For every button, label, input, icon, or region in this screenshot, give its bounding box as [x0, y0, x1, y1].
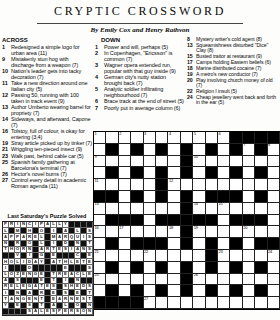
grid-cell[interactable]: [218, 262, 230, 274]
grid-cell[interactable]: [131, 274, 143, 286]
grid-cell[interactable]: [230, 226, 242, 238]
crossword-grid[interactable]: 1234567891011121314151617181920212223242…: [93, 131, 280, 310]
grid-cell[interactable]: [206, 156, 218, 168]
grid-cell[interactable]: [144, 203, 156, 215]
clue-text: German city's nutty station brought back…: [104, 75, 184, 86]
block-cell: [206, 285, 218, 297]
grid-cell[interactable]: [255, 179, 267, 191]
grid-cell[interactable]: [206, 203, 218, 215]
grid-cell[interactable]: [268, 179, 280, 191]
grid-cell[interactable]: [268, 215, 280, 227]
grid-cell[interactable]: [168, 203, 180, 215]
grid-cell[interactable]: 3: [144, 132, 156, 144]
grid-cell[interactable]: [144, 191, 156, 203]
grid-cell[interactable]: [119, 179, 131, 191]
clue-item: 25Spanish family gathering at Barcelona'…: [2, 160, 92, 171]
grid-cell[interactable]: [131, 156, 143, 168]
grid-cell[interactable]: [230, 156, 242, 168]
grid-cell[interactable]: 2: [119, 132, 131, 144]
block-cell: [106, 285, 118, 297]
grid-cell[interactable]: 25: [94, 274, 106, 286]
block-cell: [156, 238, 168, 250]
grid-cell[interactable]: [243, 285, 255, 297]
cell-number: 9: [95, 155, 97, 160]
block-cell: [255, 191, 267, 203]
grid-cell[interactable]: [131, 250, 143, 262]
grid-cell[interactable]: [106, 226, 118, 238]
clue-number: 14: [2, 117, 11, 128]
clue-text: In Copenhagen, "Ericsson" is common (7): [104, 51, 184, 62]
grid-cell[interactable]: [168, 285, 180, 297]
across-clue-list: 1Redesigned a simple logo for urban area…: [2, 45, 92, 190]
grid-cell[interactable]: 7: [243, 144, 255, 156]
grid-cell[interactable]: [131, 132, 143, 144]
clue-item: 13Author Umberto wearing barrel for prop…: [2, 105, 92, 116]
grid-cell[interactable]: [268, 274, 280, 286]
grid-cell[interactable]: [144, 274, 156, 286]
grid-cell[interactable]: [218, 297, 230, 309]
cell-number: 20: [243, 226, 247, 231]
grid-cell[interactable]: [106, 203, 118, 215]
cell-number: 15: [218, 202, 222, 207]
clue-text: Tolstoy, full of colour, is okay for ent…: [11, 129, 92, 140]
clue-text: Analytic soldier infiltrating neighbourh…: [104, 87, 184, 98]
block-cell: [255, 262, 267, 274]
grid-cell[interactable]: [168, 250, 180, 262]
grid-cell[interactable]: [144, 167, 156, 179]
clue-item: 3Wagner opera extended run, popular with…: [95, 63, 184, 74]
clue-item: 11Take a new direction around one Italia…: [2, 81, 92, 92]
grid-cell[interactable]: [193, 179, 205, 191]
cell-number: 19: [194, 226, 198, 231]
block-cell: [156, 191, 168, 203]
grid-cell[interactable]: [156, 274, 168, 286]
cell-number: 17: [119, 226, 123, 231]
block-cell: [255, 285, 267, 297]
grid-cell[interactable]: [156, 203, 168, 215]
cell-number: 4: [169, 132, 171, 137]
grid-cell[interactable]: [268, 167, 280, 179]
block-cell: [131, 215, 143, 227]
grid-cell[interactable]: [168, 191, 180, 203]
block-cell: [255, 132, 267, 144]
block-cell: [181, 285, 193, 297]
grid-cell[interactable]: [218, 226, 230, 238]
across-header: ACROSS: [2, 37, 92, 44]
grid-cell[interactable]: [156, 250, 168, 262]
grid-cell[interactable]: [218, 144, 230, 156]
clue-number: 2: [95, 51, 104, 62]
grid-cell[interactable]: [181, 132, 193, 144]
grid-cell[interactable]: [268, 156, 280, 168]
block-cell: [255, 144, 267, 156]
block-cell: [206, 238, 218, 250]
clue-number: 10: [2, 69, 11, 80]
cell-number: 22: [144, 250, 148, 255]
clue-item: 2In Copenhagen, "Ericsson" is common (7): [95, 51, 184, 62]
grid-cell[interactable]: [168, 297, 180, 309]
block-cell: [181, 262, 193, 274]
block-cell: [106, 191, 118, 203]
grid-cell[interactable]: [119, 238, 131, 250]
down-clue-list-1: 1Power and will, perhaps (5)2In Copenhag…: [95, 45, 184, 111]
block-cell: [206, 262, 218, 274]
clue-number: 11: [2, 81, 11, 92]
clue-item: 20Play involving church money of old (7): [187, 78, 279, 89]
grid-cell[interactable]: [243, 274, 255, 286]
clue-item: 7Poorly put in average column (6): [95, 106, 184, 112]
block-cell: [131, 285, 143, 297]
clue-text: Passing 50, running with 100 taken in tr…: [11, 93, 92, 104]
clue-number: 16: [2, 129, 11, 140]
clue-number: 1: [2, 45, 11, 56]
block-cell: [94, 297, 106, 309]
down-clues-column-2: 8Mystery writer's cold agent (8)13Squeam…: [187, 37, 279, 106]
grid-cell[interactable]: [144, 226, 156, 238]
cell-number: 10: [194, 155, 198, 160]
clue-text: Play involving church money of old (7): [196, 78, 279, 89]
grid-cell[interactable]: 10: [193, 156, 205, 168]
clue-text: Author Umberto wearing barrel for propri…: [11, 105, 92, 116]
title-divider: [37, 23, 243, 24]
grid-cell[interactable]: [243, 167, 255, 179]
grid-cell[interactable]: [230, 203, 242, 215]
clue-item: 27Control every detail in academic Roman…: [2, 178, 92, 189]
grid-cell[interactable]: [156, 297, 168, 309]
grid-cell[interactable]: 14: [193, 203, 205, 215]
grid-cell[interactable]: [268, 297, 280, 309]
clue-item: 14Sideways, and afterward, Capone (7): [2, 117, 92, 128]
clue-text: Wagner opera extended run, popular with …: [104, 63, 184, 74]
grid-cell[interactable]: [268, 203, 280, 215]
block-cell: [181, 144, 193, 156]
clue-text: Mistakenly stun hog with discharge from …: [11, 57, 92, 68]
grid-cell[interactable]: 9: [94, 156, 106, 168]
block-cell: [156, 144, 168, 156]
grid-cell[interactable]: 12: [168, 179, 180, 191]
cell-number: 25: [95, 273, 99, 278]
grid-cell[interactable]: [106, 132, 118, 144]
grid-cell[interactable]: [168, 144, 180, 156]
clue-item: 12Passing 50, running with 100 taken in …: [2, 93, 92, 104]
grid-cell[interactable]: [218, 179, 230, 191]
grid-cell[interactable]: [181, 250, 193, 262]
grid-cell[interactable]: [144, 179, 156, 191]
grid-cell[interactable]: 19: [193, 226, 205, 238]
block-cell: [181, 238, 193, 250]
clue-number: 24: [187, 95, 196, 106]
block-cell: [131, 191, 143, 203]
block-cell: [181, 167, 193, 179]
grid-cell[interactable]: 22: [144, 250, 156, 262]
block-cell: [106, 262, 118, 274]
cell-number: 21: [95, 250, 99, 255]
grid-cell[interactable]: [255, 250, 267, 262]
grid-cell[interactable]: [206, 179, 218, 191]
grid-cell[interactable]: [193, 167, 205, 179]
block-cell: [230, 285, 242, 297]
grid-cell[interactable]: [206, 297, 218, 309]
grid-cell[interactable]: [218, 156, 230, 168]
grid-cell[interactable]: [106, 274, 118, 286]
grid-cell[interactable]: [218, 215, 230, 227]
block-cell: [181, 215, 193, 227]
block-cell: [156, 179, 168, 191]
clue-text: Control every detail in academic Roman a…: [11, 178, 92, 189]
grid-cell[interactable]: [119, 144, 131, 156]
clue-text: Take a new direction around one Italian …: [11, 81, 92, 92]
clue-item: 1Redesigned a simple logo for urban area…: [2, 45, 92, 56]
grid-cell[interactable]: [230, 179, 242, 191]
grid-cell[interactable]: [119, 274, 131, 286]
block-cell: [230, 191, 242, 203]
clue-text: Squeamishness disturbed "Dice" Clay (8): [196, 43, 279, 54]
grid-cell[interactable]: [181, 179, 193, 191]
clue-number: 3: [95, 63, 104, 74]
down-clue-list-2: 8Mystery writer's cold agent (8)13Squeam…: [187, 37, 279, 105]
grid-cell[interactable]: [218, 274, 230, 286]
block-cell: [206, 167, 218, 179]
block-cell: [181, 274, 193, 286]
grid-cell[interactable]: [243, 238, 255, 250]
block-cell: [230, 132, 242, 144]
grid-cell[interactable]: [243, 203, 255, 215]
grid-cell[interactable]: [218, 167, 230, 179]
grid-cell[interactable]: [106, 179, 118, 191]
cell-number: 5: [194, 132, 196, 137]
block-cell: [230, 215, 242, 227]
grid-cell[interactable]: 8: [268, 144, 280, 156]
grid-cell[interactable]: [168, 238, 180, 250]
clue-item: 24Cheap jewellery went back and forth in…: [187, 95, 279, 106]
grid-cell[interactable]: [106, 156, 118, 168]
grid-cell[interactable]: 24: [268, 250, 280, 262]
grid-cell[interactable]: [156, 156, 168, 168]
block-cell: [255, 167, 267, 179]
block-cell: [156, 262, 168, 274]
solved-mini-grid: PRINCIPALLYLMHOIALSAPPARELMARQUISNROLIDN…: [2, 221, 94, 316]
cell-number: 13: [95, 202, 99, 207]
clue-number: 7: [95, 106, 104, 112]
block-cell: [206, 250, 218, 262]
clue-text: Poorly put in average column (6): [104, 106, 184, 112]
grid-cell[interactable]: [243, 156, 255, 168]
grid-cell[interactable]: [230, 297, 242, 309]
grid-cell[interactable]: [119, 262, 131, 274]
clue-text: Spanish family gathering at Barcelona's …: [11, 160, 92, 171]
clue-item: 9Mistakenly stun hog with discharge from…: [2, 57, 92, 68]
clue-number: 27: [2, 178, 11, 189]
block-cell: [230, 262, 242, 274]
grid-cell[interactable]: [144, 215, 156, 227]
grid-cell[interactable]: [106, 250, 118, 262]
grid-cell[interactable]: [193, 250, 205, 262]
cell-number: 23: [218, 250, 222, 255]
grid-cell[interactable]: [144, 262, 156, 274]
cell-number: 8: [268, 143, 270, 148]
clue-text: Nation's leader gets into tacky decorati…: [11, 69, 92, 80]
clue-number: 13: [2, 105, 11, 116]
grid-cell[interactable]: [230, 250, 242, 262]
grid-cell[interactable]: [131, 226, 143, 238]
block-cell: [106, 167, 118, 179]
grid-cell[interactable]: [206, 226, 218, 238]
block-cell: [156, 285, 168, 297]
grid-cell[interactable]: [119, 191, 131, 203]
block-cell: [106, 238, 118, 250]
block-cell: [230, 144, 242, 156]
grid-cell[interactable]: 20: [243, 226, 255, 238]
block-cell: [230, 238, 242, 250]
grid-cell[interactable]: [255, 203, 267, 215]
byline: By Emily Cox and Henry Rathvon: [0, 26, 280, 34]
clue-item: 13Squeamishness disturbed "Dice" Clay (8…: [187, 43, 279, 54]
grid-cell[interactable]: [255, 274, 267, 286]
block-cell: [119, 297, 131, 309]
block-cell: [206, 144, 218, 156]
block-cell: [106, 215, 118, 227]
cell-number: 6: [218, 132, 220, 137]
block-cell: [156, 167, 168, 179]
grid-cell[interactable]: [131, 179, 143, 191]
down-header: DOWN: [101, 37, 184, 44]
grid-cell[interactable]: 6: [218, 132, 230, 144]
block-cell: [131, 238, 143, 250]
block-cell: [106, 144, 118, 156]
clue-number: 25: [2, 160, 11, 171]
clue-text: Sideways, and afterward, Capone (7): [11, 117, 92, 128]
clue-text: Cheap jewellery went back and forth in t…: [196, 95, 279, 106]
cell-number: 14: [194, 202, 198, 207]
grid-cell[interactable]: 18: [168, 226, 180, 238]
grid-cell[interactable]: [268, 226, 280, 238]
grid-cell[interactable]: [255, 226, 267, 238]
grid-cell[interactable]: [168, 262, 180, 274]
cell-number: 24: [268, 250, 272, 255]
block-cell: [181, 226, 193, 238]
block-cell: [181, 156, 193, 168]
grid-cell[interactable]: [206, 274, 218, 286]
grid-cell[interactable]: 21: [94, 250, 106, 262]
grid-cell[interactable]: 11: [94, 179, 106, 191]
block-cell: [206, 215, 218, 227]
cell-number: 7: [243, 143, 245, 148]
cell-number: 26: [194, 273, 198, 278]
across-clues-column: ACROSS 1Redesigned a simple logo for urb…: [2, 37, 92, 190]
cell-number: 3: [144, 132, 146, 137]
clue-item: 16Tolstoy, full of colour, is okay for e…: [2, 129, 92, 140]
grid-cell[interactable]: [255, 156, 267, 168]
block-cell: [230, 167, 242, 179]
cell-number: 27: [144, 297, 148, 302]
block-cell: [255, 238, 267, 250]
grid-cell[interactable]: 23: [218, 250, 230, 262]
grid-cell[interactable]: [243, 262, 255, 274]
grid-cell[interactable]: [243, 191, 255, 203]
grid-cell[interactable]: [268, 285, 280, 297]
grid-cell[interactable]: 13: [94, 203, 106, 215]
grid-cell[interactable]: 15: [218, 203, 230, 215]
grid-cell[interactable]: 5: [193, 132, 205, 144]
grid-cell[interactable]: 4: [168, 132, 180, 144]
cell-number: 2: [119, 132, 121, 137]
grid-cell[interactable]: [168, 156, 180, 168]
clue-item: 5Analytic soldier infiltrating neighbour…: [95, 87, 184, 98]
block-cell: [156, 215, 168, 227]
grid-cell[interactable]: [230, 274, 242, 286]
block-cell: [181, 203, 193, 215]
grid-cell[interactable]: [94, 285, 106, 297]
block-cell: [131, 167, 143, 179]
block-cell: [131, 144, 143, 156]
page-title: CRYPTIC CROSSWORD: [0, 4, 280, 19]
grid-cell[interactable]: 26: [193, 274, 205, 286]
grid-cell[interactable]: [243, 179, 255, 191]
grid-cell[interactable]: [168, 274, 180, 286]
cell-number: 16: [95, 226, 99, 231]
grid-cell[interactable]: [218, 285, 230, 297]
block-cell: [131, 297, 143, 309]
block-cell: [206, 191, 218, 203]
grid-cell[interactable]: [144, 156, 156, 168]
block-cell: [106, 297, 118, 309]
cell-number: 18: [169, 226, 173, 231]
grid-cell[interactable]: 17: [119, 226, 131, 238]
grid-cell[interactable]: 27: [144, 297, 156, 309]
clue-number: 12: [2, 93, 11, 104]
cell-number: 1: [95, 132, 97, 137]
grid-cell[interactable]: [193, 238, 205, 250]
grid-cell[interactable]: 1: [94, 132, 106, 144]
clue-item: 4German city's nutty station brought bac…: [95, 75, 184, 86]
block-cell: [181, 191, 193, 203]
grid-cell[interactable]: [193, 297, 205, 309]
clue-number: 13: [187, 43, 196, 54]
down-clues-column-1: DOWN 1Power and will, perhaps (5)2In Cop…: [95, 37, 184, 112]
grid-cell[interactable]: [268, 262, 280, 274]
solved-caption: Last Saturday's Puzzle Solved: [0, 213, 94, 219]
grid-cell[interactable]: [268, 191, 280, 203]
grid-cell[interactable]: [119, 250, 131, 262]
clue-number: 9: [2, 57, 11, 68]
grid-cell[interactable]: [181, 297, 193, 309]
grid-cell[interactable]: [119, 156, 131, 168]
grid-cell[interactable]: [156, 226, 168, 238]
grid-cell[interactable]: [131, 203, 143, 215]
clue-number: 4: [95, 75, 104, 86]
grid-cell[interactable]: [119, 167, 131, 179]
clue-number: 20: [187, 78, 196, 89]
grid-cell[interactable]: [156, 132, 168, 144]
grid-cell[interactable]: 16: [94, 226, 106, 238]
clue-text: Redesigned a simple logo for urban area …: [11, 45, 92, 56]
cell-number: 11: [95, 179, 99, 184]
grid-cell[interactable]: [193, 285, 205, 297]
grid-cell[interactable]: [119, 285, 131, 297]
grid-cell: N: [87, 309, 93, 315]
clue-number: 5: [95, 87, 104, 98]
cell-number: 12: [169, 179, 173, 184]
grid-cell[interactable]: [119, 203, 131, 215]
block-cell: [131, 262, 143, 274]
grid-cell[interactable]: [206, 132, 218, 144]
block-cell: [255, 215, 267, 227]
grid-cell[interactable]: [243, 250, 255, 262]
grid-cell[interactable]: [255, 297, 267, 309]
grid-cell[interactable]: [243, 297, 255, 309]
clue-item: 10Nation's leader gets into tacky decora…: [2, 69, 92, 80]
grid-cell[interactable]: [144, 144, 156, 156]
